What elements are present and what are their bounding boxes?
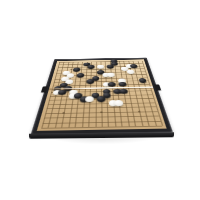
- white-stone[interactable]: [97, 65, 104, 69]
- product-photo-scene: [0, 0, 200, 200]
- go-board-surface[interactable]: [37, 59, 167, 130]
- white-stone[interactable]: [115, 100, 124, 106]
- hinge-tab-left: [41, 86, 48, 92]
- black-stone[interactable]: [107, 65, 114, 69]
- star-point: [100, 111, 102, 113]
- black-stone[interactable]: [77, 73, 85, 77]
- black-stone[interactable]: [138, 78, 147, 83]
- black-stone[interactable]: [130, 64, 138, 68]
- hinge-tab-right: [154, 84, 161, 90]
- white-stone[interactable]: [126, 70, 134, 74]
- black-stone[interactable]: [119, 89, 128, 94]
- black-stone[interactable]: [97, 96, 105, 102]
- black-stone[interactable]: [73, 68, 81, 72]
- go-board-frame: [31, 58, 174, 136]
- white-stone[interactable]: [107, 73, 115, 77]
- black-stone[interactable]: [58, 90, 67, 95]
- grid-line-horizontal: [41, 126, 162, 129]
- white-stone[interactable]: [85, 97, 94, 103]
- go-grid: [41, 61, 162, 128]
- black-stone[interactable]: [88, 65, 95, 69]
- star-point: [137, 110, 140, 112]
- black-stone[interactable]: [87, 79, 95, 84]
